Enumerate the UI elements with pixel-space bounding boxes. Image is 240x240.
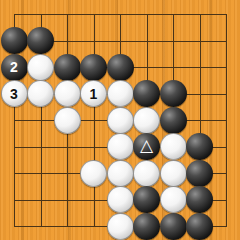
go-stone-white: 1 [80, 80, 107, 107]
grid-line-vertical [226, 14, 227, 227]
go-stone-black [133, 186, 160, 213]
go-stone-white [107, 213, 134, 240]
go-app-screenshot: 231△ [0, 0, 240, 240]
go-stone-black [186, 133, 213, 160]
go-stone-white [107, 107, 134, 134]
go-stone-white [54, 107, 81, 134]
go-stone-white: 3 [1, 80, 28, 107]
go-stone-white [27, 80, 54, 107]
go-stone-black [186, 213, 213, 240]
go-stone-white [160, 186, 187, 213]
go-stone-white [107, 186, 134, 213]
go-stone-white [160, 160, 187, 187]
go-stone-black [80, 54, 107, 81]
go-stone-white [107, 160, 134, 187]
go-stone-white [107, 80, 134, 107]
go-stone-black [186, 160, 213, 187]
go-stone-white [133, 107, 160, 134]
go-stone-black [160, 213, 187, 240]
go-stone-black: △ [133, 133, 160, 160]
go-stone-black: 2 [1, 54, 28, 81]
go-stone-black [186, 186, 213, 213]
go-stone-black [1, 27, 28, 54]
go-stone-black [160, 107, 187, 134]
go-stone-white [80, 160, 107, 187]
go-stone-white [107, 133, 134, 160]
go-stone-black [160, 80, 187, 107]
go-stone-white [133, 160, 160, 187]
go-stone-white [54, 80, 81, 107]
move-number-label: 1 [90, 87, 98, 101]
go-stone-black [54, 54, 81, 81]
go-stone-black [133, 80, 160, 107]
move-number-label: 2 [10, 60, 18, 74]
triangle-mark-icon: △ [140, 137, 153, 154]
go-stone-white [160, 133, 187, 160]
go-stone-black [107, 54, 134, 81]
go-board[interactable]: 231△ [0, 0, 240, 240]
go-stone-white [27, 54, 54, 81]
move-number-label: 3 [10, 87, 18, 101]
go-stone-black [133, 213, 160, 240]
go-stone-black [27, 27, 54, 54]
